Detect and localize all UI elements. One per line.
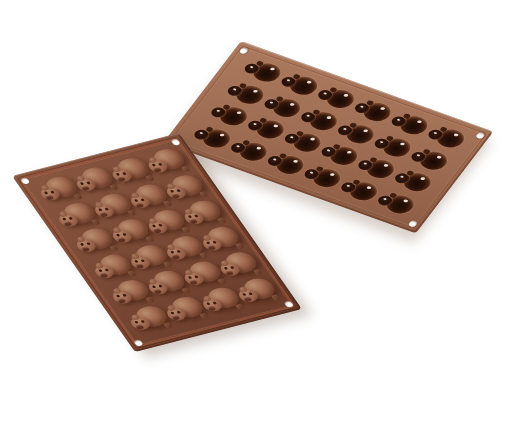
pig-foot: [253, 269, 262, 275]
pig-foot: [145, 296, 154, 302]
product-photo: [0, 0, 509, 422]
pig-foot: [163, 200, 172, 206]
pig-foot: [145, 235, 154, 241]
pig-foot: [235, 243, 244, 249]
pig-foot: [163, 261, 172, 267]
pig-foot: [199, 313, 208, 319]
pig-foot: [181, 165, 190, 171]
pig-foot: [217, 278, 226, 284]
pig-foot: [181, 287, 190, 293]
pig-bump-grid: [32, 145, 284, 337]
pig-foot: [145, 175, 154, 181]
pig-cavity-grid: [186, 54, 473, 221]
hang-hole: [133, 339, 144, 346]
pig-foot: [127, 270, 136, 276]
pig-foot: [181, 226, 190, 232]
pig-foot: [217, 217, 226, 223]
pig-foot: [271, 294, 280, 300]
hang-hole: [20, 177, 31, 184]
pig-foot: [199, 252, 208, 258]
pig-foot: [163, 322, 172, 328]
pig-foot: [199, 191, 208, 197]
hang-hole: [407, 220, 418, 228]
hang-hole: [238, 47, 249, 55]
pig-foot: [127, 210, 136, 216]
hang-hole: [283, 301, 294, 308]
pig-foot: [73, 193, 82, 199]
hang-hole: [475, 132, 486, 140]
pig-foot: [109, 184, 118, 190]
pig-foot: [91, 219, 100, 225]
pig-foot: [109, 245, 118, 251]
pig-foot: [235, 304, 244, 310]
